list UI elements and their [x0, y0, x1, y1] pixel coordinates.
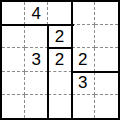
cell-r4c3[interactable] [72, 95, 95, 118]
cell-r3c2[interactable] [48, 72, 71, 95]
cell-r0c4[interactable] [95, 2, 118, 25]
cell-r4c4[interactable] [95, 95, 118, 118]
cell-r4c2[interactable] [48, 95, 71, 118]
region-border-segment [71, 71, 119, 73]
cell-r2c0[interactable] [2, 48, 25, 71]
cell-r3c0[interactable] [2, 72, 25, 95]
cell-r3c4[interactable] [95, 72, 118, 95]
cell-r1c1[interactable] [25, 25, 48, 48]
cell-r1c0[interactable] [2, 25, 25, 48]
cell-r4c1[interactable] [25, 95, 48, 118]
puzzle-board: 4 2 3 2 2 3 [0, 0, 120, 120]
cell-r0c1[interactable]: 4 [25, 2, 48, 25]
region-border-segment [2, 24, 74, 26]
cell-r0c2[interactable] [48, 2, 71, 25]
cell-r2c3[interactable]: 2 [72, 48, 95, 71]
cell-r3c1[interactable] [25, 72, 48, 95]
region-border-segment [47, 47, 72, 49]
region-border-segment [47, 24, 49, 119]
cell-r2c2[interactable]: 2 [48, 48, 71, 71]
cell-r0c3[interactable] [72, 2, 95, 25]
cell-r3c3[interactable]: 3 [72, 72, 95, 95]
puzzle-grid: 4 2 3 2 2 3 [2, 2, 118, 118]
cell-r1c4[interactable] [95, 25, 118, 48]
cell-r1c3[interactable] [72, 25, 95, 48]
cell-r1c2[interactable]: 2 [48, 25, 71, 48]
cell-r4c0[interactable] [2, 95, 25, 118]
cell-r0c0[interactable] [2, 2, 25, 25]
region-border-segment [71, 2, 73, 120]
cell-r2c1[interactable]: 3 [25, 48, 48, 71]
cell-r2c4[interactable] [95, 48, 118, 71]
